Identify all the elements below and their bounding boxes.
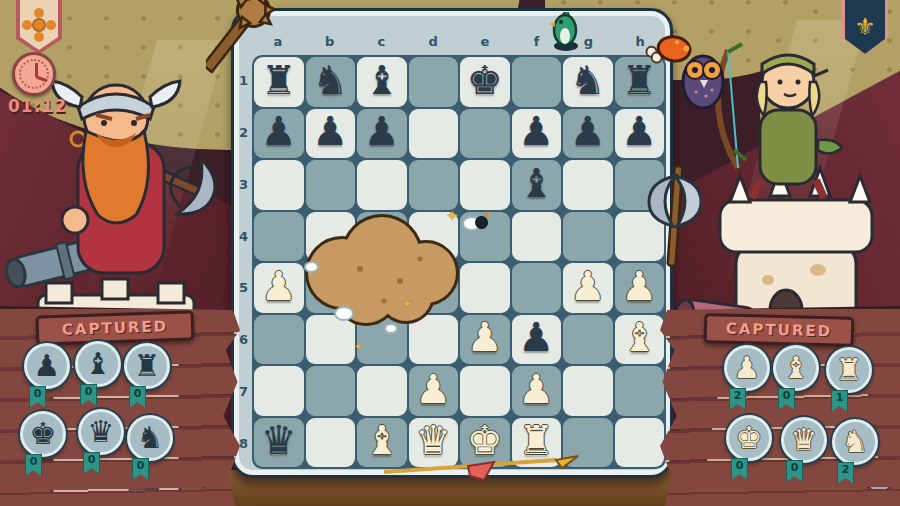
- piece-black-pawn[interactable]: ♟: [518, 111, 554, 151]
- file-labels: abcdefgh: [252, 32, 666, 50]
- captured-count: 0: [83, 452, 100, 474]
- queen-icon: ♛: [88, 417, 115, 447]
- piece-black-pawn[interactable]: ♟: [570, 111, 606, 151]
- square-e4[interactable]: [460, 212, 510, 262]
- piece-black-knight[interactable]: ♞: [312, 60, 348, 100]
- square-c3[interactable]: [357, 160, 407, 210]
- captured-count: 0: [132, 458, 149, 480]
- square-h2[interactable]: ♟: [615, 109, 665, 159]
- captured-label: CAPTURED: [62, 317, 169, 339]
- square-g2[interactable]: ♟: [563, 109, 613, 159]
- captured-white-rook: ♜1: [826, 347, 872, 393]
- king-icon: ♚: [736, 423, 763, 453]
- captured-count: 0: [29, 386, 46, 408]
- captured-count: 2: [837, 462, 854, 484]
- clock-icon: [12, 52, 56, 96]
- piece-black-king[interactable]: ♚: [467, 60, 503, 100]
- captured-sign-left: CAPTURED: [36, 310, 195, 345]
- piece-white-pawn[interactable]: ♟: [621, 266, 657, 306]
- square-b5[interactable]: [306, 263, 356, 313]
- file-label-d: d: [407, 32, 459, 50]
- file-label-b: b: [304, 32, 356, 50]
- piece-white-pawn[interactable]: ♟: [518, 369, 554, 409]
- square-d2[interactable]: [409, 109, 459, 159]
- square-f1[interactable]: [512, 57, 562, 107]
- rank-label-2: 2: [236, 107, 251, 159]
- square-g1[interactable]: ♞: [563, 57, 613, 107]
- captured-count: 0: [25, 454, 42, 476]
- piece-white-pawn[interactable]: ♟: [261, 266, 297, 306]
- captured-white-pawn: ♟2: [724, 345, 770, 391]
- square-d6[interactable]: [409, 315, 459, 365]
- square-c8[interactable]: ♝: [357, 418, 407, 468]
- pawn-icon: ♟: [34, 351, 61, 381]
- rank-labels: 12345678: [236, 55, 251, 469]
- piece-black-pawn[interactable]: ♟: [261, 111, 297, 151]
- square-f3[interactable]: ♝: [512, 160, 562, 210]
- square-f4[interactable]: [512, 212, 562, 262]
- square-h5[interactable]: ♟: [615, 263, 665, 313]
- square-c4[interactable]: [357, 212, 407, 262]
- square-f7[interactable]: ♟: [512, 366, 562, 416]
- bishop-icon: ♝: [85, 349, 112, 379]
- square-h4[interactable]: [615, 212, 665, 262]
- rook-icon: ♜: [836, 355, 863, 385]
- captured-label: CAPTURED: [726, 320, 833, 341]
- piece-black-knight[interactable]: ♞: [570, 60, 606, 100]
- piece-white-pawn[interactable]: ♟: [570, 266, 606, 306]
- square-e1[interactable]: ♚: [460, 57, 510, 107]
- square-f2[interactable]: ♟: [512, 109, 562, 159]
- square-c7[interactable]: [357, 366, 407, 416]
- square-b6[interactable]: [306, 315, 356, 365]
- square-e6[interactable]: ♟: [460, 315, 510, 365]
- piece-white-bishop[interactable]: ♝: [364, 420, 400, 460]
- square-e8[interactable]: ♚: [460, 418, 510, 468]
- piece-black-pawn[interactable]: ♟: [518, 317, 554, 357]
- captured-black-knight: ♞0: [127, 415, 173, 461]
- rook-icon: ♜: [134, 351, 161, 381]
- square-d1[interactable]: [409, 57, 459, 107]
- rank-label-7: 7: [236, 366, 251, 418]
- square-b4[interactable]: [306, 212, 356, 262]
- piece-white-pawn[interactable]: ♟: [467, 317, 503, 357]
- square-d3[interactable]: [409, 160, 459, 210]
- sparkle-icon: ✦: [688, 210, 695, 219]
- square-d4[interactable]: [409, 212, 459, 262]
- square-g6[interactable]: [563, 315, 613, 365]
- square-a7[interactable]: [254, 366, 304, 416]
- square-g7[interactable]: [563, 366, 613, 416]
- square-a3[interactable]: [254, 160, 304, 210]
- board-grid: ♜♞♝♚♞♜♟♟♟♟♟♟♝♟♟♟♟♟♝♟♟♛♝♛♚♜: [252, 55, 666, 469]
- square-f8[interactable]: ♜: [512, 418, 562, 468]
- square-a1[interactable]: ♜: [254, 57, 304, 107]
- square-h6[interactable]: ♝: [615, 315, 665, 365]
- captured-black-rook: ♜0: [124, 343, 170, 389]
- piece-black-pawn[interactable]: ♟: [621, 111, 657, 151]
- captured-count: 0: [778, 388, 795, 410]
- piece-black-bishop[interactable]: ♝: [364, 60, 400, 100]
- square-b7[interactable]: [306, 366, 356, 416]
- captured-black-king: ♚0: [20, 411, 66, 457]
- piece-black-bishop[interactable]: ♝: [518, 163, 554, 203]
- knight-icon: ♞: [137, 423, 164, 453]
- piece-black-pawn[interactable]: ♟: [364, 111, 400, 151]
- piece-black-pawn[interactable]: ♟: [312, 111, 348, 151]
- square-a4[interactable]: [254, 212, 304, 262]
- rank-label-6: 6: [236, 314, 251, 366]
- square-d7[interactable]: ♟: [409, 366, 459, 416]
- file-label-g: g: [563, 32, 615, 50]
- knight-icon: ♞: [842, 427, 869, 457]
- square-a6[interactable]: [254, 315, 304, 365]
- piece-white-pawn[interactable]: ♟: [415, 369, 451, 409]
- captured-count: 2: [729, 388, 746, 410]
- square-g3[interactable]: [563, 160, 613, 210]
- square-b3[interactable]: [306, 160, 356, 210]
- piece-black-rook[interactable]: ♜: [621, 60, 657, 100]
- square-b2[interactable]: ♟: [306, 109, 356, 159]
- file-label-h: h: [614, 32, 666, 50]
- square-e3[interactable]: [460, 160, 510, 210]
- captured-black-pawn: ♟0: [24, 343, 70, 389]
- piece-black-queen[interactable]: ♛: [261, 420, 297, 460]
- file-label-f: f: [511, 32, 563, 50]
- rank-label-1: 1: [236, 55, 251, 107]
- captured-white-bishop: ♝0: [773, 345, 819, 391]
- piece-black-rook[interactable]: ♜: [261, 60, 297, 100]
- square-c5[interactable]: [357, 263, 407, 313]
- square-a2[interactable]: ♟: [254, 109, 304, 159]
- captured-black-queen: ♛0: [78, 409, 124, 455]
- square-f5[interactable]: [512, 263, 562, 313]
- square-h3[interactable]: [615, 160, 665, 210]
- square-a5[interactable]: ♟: [254, 263, 304, 313]
- square-h8[interactable]: [615, 418, 665, 468]
- captured-count: 0: [786, 460, 803, 482]
- game-stage: ✦ ✦ ✦: [0, 0, 900, 506]
- square-f6[interactable]: ♟: [512, 315, 562, 365]
- file-label-c: c: [356, 32, 408, 50]
- player-timer: 01:12: [8, 96, 67, 116]
- rank-label-3: 3: [236, 159, 251, 211]
- rank-label-4: 4: [236, 210, 251, 262]
- piece-white-rook[interactable]: ♜: [518, 420, 554, 460]
- square-a8[interactable]: ♛: [254, 418, 304, 468]
- square-e2[interactable]: [460, 109, 510, 159]
- square-e7[interactable]: [460, 366, 510, 416]
- square-d5[interactable]: [409, 263, 459, 313]
- sparkle-icon: ✦: [676, 300, 683, 309]
- queen-icon: ♛: [791, 425, 818, 455]
- piece-white-bishop[interactable]: ♝: [621, 317, 657, 357]
- pawn-icon: ♟: [734, 353, 761, 383]
- square-h1[interactable]: ♜: [615, 57, 665, 107]
- piece-white-king[interactable]: ♚: [467, 420, 503, 460]
- captured-sign-right: CAPTURED: [704, 313, 855, 347]
- square-c1[interactable]: ♝: [357, 57, 407, 107]
- rank-label-5: 5: [236, 262, 251, 314]
- square-d8[interactable]: ♛: [409, 418, 459, 468]
- square-g5[interactable]: ♟: [563, 263, 613, 313]
- captured-panel-left: CAPTURED ♟0♝0♜0♚0♛0♞0: [0, 306, 240, 506]
- square-g4[interactable]: [563, 212, 613, 262]
- square-c2[interactable]: ♟: [357, 109, 407, 159]
- square-b8[interactable]: [306, 418, 356, 468]
- square-h7[interactable]: [615, 366, 665, 416]
- king-icon: ♚: [30, 419, 57, 449]
- captured-white-king: ♚0: [726, 415, 772, 461]
- captured-count: 0: [129, 386, 146, 408]
- chess-board: abcdefgh 12345678 ♜♞♝♚♞♜♟♟♟♟♟♟♝♟♟♟♟♟♝♟♟♛…: [231, 8, 673, 478]
- piece-white-queen[interactable]: ♛: [415, 420, 451, 460]
- captured-black-bishop: ♝0: [75, 341, 121, 387]
- square-e5[interactable]: [460, 263, 510, 313]
- square-c6[interactable]: [357, 315, 407, 365]
- captured-white-queen: ♛0: [781, 417, 827, 463]
- file-label-a: a: [252, 32, 304, 50]
- captured-panel-right: CAPTURED ♟2♝0♜1♚0♛0♞2: [660, 306, 900, 506]
- captured-count: 0: [80, 384, 97, 406]
- square-b1[interactable]: ♞: [306, 57, 356, 107]
- captured-count: 1: [831, 390, 848, 412]
- bishop-icon: ♝: [783, 353, 810, 383]
- file-label-e: e: [459, 32, 511, 50]
- square-g8[interactable]: [563, 418, 613, 468]
- captured-white-knight: ♞2: [832, 419, 878, 465]
- captured-count: 0: [731, 458, 748, 480]
